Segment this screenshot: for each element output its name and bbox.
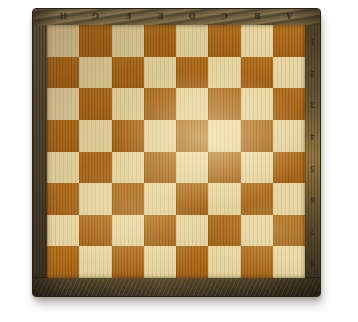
rank-label-8: 8 bbox=[305, 246, 320, 278]
square-f4[interactable] bbox=[112, 120, 144, 152]
square-c5[interactable] bbox=[208, 152, 240, 184]
square-g3[interactable] bbox=[79, 88, 111, 120]
square-b8[interactable] bbox=[241, 246, 273, 278]
square-e1[interactable] bbox=[144, 25, 176, 57]
square-c7[interactable] bbox=[208, 215, 240, 247]
square-d5[interactable] bbox=[176, 152, 208, 184]
square-g8[interactable] bbox=[79, 246, 111, 278]
square-d4[interactable] bbox=[176, 120, 208, 152]
rank-label-6: 6 bbox=[305, 183, 320, 215]
board-grid bbox=[47, 25, 305, 278]
square-g2[interactable] bbox=[79, 57, 111, 89]
square-c8[interactable] bbox=[208, 246, 240, 278]
square-g6[interactable] bbox=[79, 183, 111, 215]
square-d6[interactable] bbox=[176, 183, 208, 215]
file-label-a: A bbox=[273, 9, 305, 24]
square-d3[interactable] bbox=[176, 88, 208, 120]
square-f6[interactable] bbox=[112, 183, 144, 215]
rank-label-4: 4 bbox=[305, 120, 320, 152]
square-c4[interactable] bbox=[208, 120, 240, 152]
square-d1[interactable] bbox=[176, 25, 208, 57]
square-a5[interactable] bbox=[273, 152, 305, 184]
square-h7[interactable] bbox=[47, 215, 79, 247]
board-frame-right: 12345678 bbox=[304, 25, 320, 278]
square-e3[interactable] bbox=[144, 88, 176, 120]
square-f3[interactable] bbox=[112, 88, 144, 120]
square-d8[interactable] bbox=[176, 246, 208, 278]
square-a2[interactable] bbox=[273, 57, 305, 89]
photo-background: HGFEDCBA 12345678 bbox=[0, 0, 358, 322]
square-c2[interactable] bbox=[208, 57, 240, 89]
board-frame-left bbox=[33, 25, 48, 278]
square-h5[interactable] bbox=[47, 152, 79, 184]
file-label-f: F bbox=[112, 9, 144, 24]
square-b6[interactable] bbox=[241, 183, 273, 215]
file-label-c: C bbox=[208, 9, 240, 24]
rank-labels: 12345678 bbox=[305, 25, 320, 278]
file-label-e: E bbox=[144, 9, 176, 24]
file-labels: HGFEDCBA bbox=[47, 9, 305, 24]
rank-label-7: 7 bbox=[305, 215, 320, 247]
board-frame-bottom bbox=[33, 277, 320, 296]
square-b3[interactable] bbox=[241, 88, 273, 120]
square-h4[interactable] bbox=[47, 120, 79, 152]
square-c6[interactable] bbox=[208, 183, 240, 215]
square-a3[interactable] bbox=[273, 88, 305, 120]
rank-label-3: 3 bbox=[305, 88, 320, 120]
square-b1[interactable] bbox=[241, 25, 273, 57]
square-d2[interactable] bbox=[176, 57, 208, 89]
square-e7[interactable] bbox=[144, 215, 176, 247]
square-e8[interactable] bbox=[144, 246, 176, 278]
square-e6[interactable] bbox=[144, 183, 176, 215]
rank-label-1: 1 bbox=[305, 25, 320, 57]
square-b7[interactable] bbox=[241, 215, 273, 247]
square-h3[interactable] bbox=[47, 88, 79, 120]
square-h2[interactable] bbox=[47, 57, 79, 89]
square-g5[interactable] bbox=[79, 152, 111, 184]
square-f5[interactable] bbox=[112, 152, 144, 184]
board-frame-top: HGFEDCBA bbox=[33, 9, 320, 26]
square-f8[interactable] bbox=[112, 246, 144, 278]
square-a7[interactable] bbox=[273, 215, 305, 247]
square-a1[interactable] bbox=[273, 25, 305, 57]
file-label-g: G bbox=[79, 9, 111, 24]
rank-label-5: 5 bbox=[305, 152, 320, 184]
square-e5[interactable] bbox=[144, 152, 176, 184]
square-f7[interactable] bbox=[112, 215, 144, 247]
chess-board: HGFEDCBA 12345678 bbox=[33, 9, 320, 296]
square-e2[interactable] bbox=[144, 57, 176, 89]
square-b4[interactable] bbox=[241, 120, 273, 152]
square-e4[interactable] bbox=[144, 120, 176, 152]
square-a8[interactable] bbox=[273, 246, 305, 278]
square-b5[interactable] bbox=[241, 152, 273, 184]
square-g1[interactable] bbox=[79, 25, 111, 57]
square-f2[interactable] bbox=[112, 57, 144, 89]
square-b2[interactable] bbox=[241, 57, 273, 89]
file-label-h: H bbox=[47, 9, 79, 24]
square-g7[interactable] bbox=[79, 215, 111, 247]
square-c1[interactable] bbox=[208, 25, 240, 57]
file-label-d: D bbox=[176, 9, 208, 24]
square-h1[interactable] bbox=[47, 25, 79, 57]
square-d7[interactable] bbox=[176, 215, 208, 247]
square-a4[interactable] bbox=[273, 120, 305, 152]
square-a6[interactable] bbox=[273, 183, 305, 215]
square-h8[interactable] bbox=[47, 246, 79, 278]
file-label-b: B bbox=[241, 9, 273, 24]
square-h6[interactable] bbox=[47, 183, 79, 215]
square-f1[interactable] bbox=[112, 25, 144, 57]
rank-label-2: 2 bbox=[305, 57, 320, 89]
square-c3[interactable] bbox=[208, 88, 240, 120]
square-g4[interactable] bbox=[79, 120, 111, 152]
